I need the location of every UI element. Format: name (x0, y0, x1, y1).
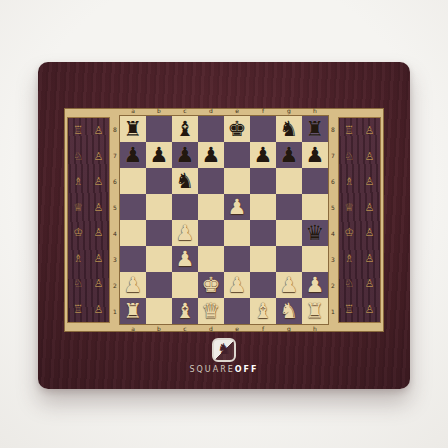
tray-slot-icon: ♙ (365, 304, 375, 315)
square-b4[interactable] (146, 220, 172, 246)
black-pawn-b7: ♟ (150, 145, 169, 166)
square-f4[interactable] (250, 220, 276, 246)
square-g8[interactable]: ♞ (276, 116, 302, 142)
file-label-b: b (146, 325, 172, 333)
square-e2[interactable]: ♟ (224, 272, 250, 298)
knight-glyph: ♞ (217, 342, 230, 357)
square-d6[interactable] (198, 168, 224, 194)
white-rook-h1: ♜ (306, 301, 325, 322)
rank-label-5: 5 (111, 194, 119, 220)
white-bishop-c1: ♝ (176, 301, 195, 322)
white-pawn-e2: ♟ (228, 275, 247, 296)
tray-slot-icon: ♘ (344, 278, 354, 289)
black-pawn-d7: ♟ (202, 145, 221, 166)
tray-slot-icon: ♖ (344, 125, 354, 136)
square-h4[interactable]: ♛ (302, 220, 328, 246)
tray-slot-icon: ♗ (73, 253, 83, 264)
square-c2[interactable] (172, 272, 198, 298)
brand-text-bold: OFF (235, 365, 259, 374)
rank-label-4: 4 (329, 220, 337, 246)
tray-slot-icon: ♗ (344, 176, 354, 187)
file-label-a: a (120, 325, 146, 333)
tray-slot-icon: ♔ (73, 227, 83, 238)
tray-slot-icon: ♙ (365, 202, 375, 213)
tray-slot-icon: ♘ (344, 151, 354, 162)
chess-board: ♜♝♚♞♜♟♟♟♟♟♟♟♞♟♟♛♟♟♚♟♟♟♜♝♛♝♞♜ (119, 115, 329, 325)
rank-label-3: 3 (111, 246, 119, 272)
rank-label-5: 5 (329, 194, 337, 220)
square-a5[interactable] (120, 194, 146, 220)
square-b6[interactable] (146, 168, 172, 194)
square-b1[interactable] (146, 298, 172, 324)
tray-row-6: ♗♙ (68, 246, 109, 272)
rank-label-8: 8 (111, 116, 119, 142)
rank-label-8: 8 (329, 116, 337, 142)
square-h1[interactable]: ♜ (302, 298, 328, 324)
black-rook-a8: ♜ (124, 119, 143, 140)
black-pawn-f7: ♟ (254, 145, 273, 166)
square-a6[interactable] (120, 168, 146, 194)
tray-row-1: ♖♙ (68, 118, 109, 144)
square-c6[interactable]: ♞ (172, 168, 198, 194)
square-d5[interactable] (198, 194, 224, 220)
square-c4[interactable]: ♟ (172, 220, 198, 246)
square-g2[interactable]: ♟ (276, 272, 302, 298)
tray-row-7: ♘♙ (339, 271, 380, 297)
black-pawn-c7: ♟ (176, 145, 195, 166)
square-e5[interactable]: ♟ (224, 194, 250, 220)
tray-slot-icon: ♘ (73, 278, 83, 289)
white-pawn-e5: ♟ (228, 197, 247, 218)
black-queen-h4: ♛ (306, 223, 325, 244)
square-b8[interactable] (146, 116, 172, 142)
tray-slot-icon: ♙ (365, 151, 375, 162)
white-rook-a1: ♜ (124, 301, 143, 322)
right-capture-tray: ♖♙♘♙♗♙♕♙♔♙♗♙♘♙♖♙ (338, 117, 381, 323)
black-knight-c6: ♞ (176, 171, 195, 192)
square-c3[interactable]: ♟ (172, 246, 198, 272)
file-label-h: h (302, 107, 328, 115)
white-king-d2: ♚ (202, 275, 221, 296)
tray-row-5: ♔♙ (339, 220, 380, 246)
tray-slot-icon: ♙ (365, 278, 375, 289)
square-h8[interactable]: ♜ (302, 116, 328, 142)
tray-row-2: ♘♙ (68, 144, 109, 170)
square-f3[interactable] (250, 246, 276, 272)
file-label-d: d (198, 325, 224, 333)
tray-slot-icon: ♙ (94, 125, 104, 136)
playing-surface-module: ♖♙♘♙♗♙♕♙♔♙♗♙♘♙♖♙ abcdefgh 87654321 ♜♝♚♞♜… (64, 108, 384, 332)
file-label-f: f (250, 325, 276, 333)
square-f5[interactable] (250, 194, 276, 220)
square-g7[interactable]: ♟ (276, 142, 302, 168)
rank-labels-left: 87654321 (111, 116, 119, 324)
file-label-a: a (120, 107, 146, 115)
tray-slot-icon: ♖ (344, 304, 354, 315)
tray-slot-icon: ♙ (94, 304, 104, 315)
square-a2[interactable]: ♟ (120, 272, 146, 298)
tray-slot-icon: ♙ (365, 176, 375, 187)
square-d4[interactable] (198, 220, 224, 246)
tray-slot-icon: ♗ (344, 253, 354, 264)
rank-labels-right: 87654321 (329, 116, 337, 324)
square-h3[interactable] (302, 246, 328, 272)
square-a8[interactable]: ♜ (120, 116, 146, 142)
rank-label-7: 7 (329, 142, 337, 168)
tray-slot-icon: ♗ (73, 176, 83, 187)
square-g4[interactable] (276, 220, 302, 246)
rank-label-7: 7 (111, 142, 119, 168)
square-e3[interactable] (224, 246, 250, 272)
file-label-g: g (276, 325, 302, 333)
square-off-logo: ♞ SQUAREOFF (38, 338, 410, 374)
square-e7[interactable] (224, 142, 250, 168)
tray-row-7: ♘♙ (68, 271, 109, 297)
white-queen-d1: ♛ (202, 301, 221, 322)
tray-slot-icon: ♙ (94, 253, 104, 264)
square-c1[interactable]: ♝ (172, 298, 198, 324)
tray-slot-icon: ♖ (73, 304, 83, 315)
square-d2[interactable]: ♚ (198, 272, 224, 298)
tray-slot-icon: ♙ (365, 125, 375, 136)
square-h2[interactable]: ♟ (302, 272, 328, 298)
square-f7[interactable]: ♟ (250, 142, 276, 168)
tray-slot-icon: ♘ (73, 151, 83, 162)
square-c5[interactable] (172, 194, 198, 220)
file-label-e: e (224, 107, 250, 115)
rank-label-4: 4 (111, 220, 119, 246)
black-rook-h8: ♜ (306, 119, 325, 140)
square-a1[interactable]: ♜ (120, 298, 146, 324)
chess-board-product: ♖♙♘♙♗♙♕♙♔♙♗♙♘♙♖♙ abcdefgh 87654321 ♜♝♚♞♜… (38, 62, 410, 389)
rank-label-3: 3 (329, 246, 337, 272)
square-e1[interactable] (224, 298, 250, 324)
tray-slot-icon: ♙ (94, 151, 104, 162)
rank-label-2: 2 (329, 272, 337, 298)
square-d1[interactable]: ♛ (198, 298, 224, 324)
file-label-d: d (198, 107, 224, 115)
black-bishop-c8: ♝ (176, 119, 195, 140)
square-d8[interactable] (198, 116, 224, 142)
knight-logo-icon: ♞ (212, 338, 236, 362)
square-c8[interactable]: ♝ (172, 116, 198, 142)
square-c7[interactable]: ♟ (172, 142, 198, 168)
tray-row-4: ♕♙ (68, 195, 109, 221)
file-label-h: h (302, 325, 328, 333)
square-f6[interactable] (250, 168, 276, 194)
square-h5[interactable] (302, 194, 328, 220)
square-e4[interactable] (224, 220, 250, 246)
square-a3[interactable] (120, 246, 146, 272)
tray-row-6: ♗♙ (339, 246, 380, 272)
tray-row-8: ♖♙ (68, 297, 109, 323)
tray-slot-icon: ♔ (344, 227, 354, 238)
square-b7[interactable]: ♟ (146, 142, 172, 168)
file-label-e: e (224, 325, 250, 333)
tray-slot-icon: ♙ (94, 176, 104, 187)
board-area: abcdefgh 87654321 ♜♝♚♞♜♟♟♟♟♟♟♟♞♟♟♛♟♟♚♟♟♟… (111, 107, 337, 333)
file-label-b: b (146, 107, 172, 115)
file-label-f: f (250, 107, 276, 115)
square-h6[interactable] (302, 168, 328, 194)
tray-slot-icon: ♙ (365, 227, 375, 238)
black-pawn-a7: ♟ (124, 145, 143, 166)
square-e8[interactable]: ♚ (224, 116, 250, 142)
tray-slot-icon: ♖ (73, 125, 83, 136)
rank-label-2: 2 (111, 272, 119, 298)
square-a7[interactable]: ♟ (120, 142, 146, 168)
tray-row-2: ♘♙ (339, 144, 380, 170)
black-pawn-h7: ♟ (306, 145, 325, 166)
file-label-g: g (276, 107, 302, 115)
square-g3[interactable] (276, 246, 302, 272)
tray-row-1: ♖♙ (339, 118, 380, 144)
white-bishop-f1: ♝ (254, 301, 273, 322)
rank-label-1: 1 (111, 298, 119, 324)
tray-slot-icon: ♙ (94, 278, 104, 289)
file-label-c: c (172, 325, 198, 333)
white-pawn-h2: ♟ (306, 275, 325, 296)
white-pawn-g2: ♟ (280, 275, 299, 296)
rank-label-6: 6 (329, 168, 337, 194)
black-pawn-g7: ♟ (280, 145, 299, 166)
tray-row-4: ♕♙ (339, 195, 380, 221)
tray-row-5: ♔♙ (68, 220, 109, 246)
square-g6[interactable] (276, 168, 302, 194)
left-capture-tray: ♖♙♘♙♗♙♕♙♔♙♗♙♘♙♖♙ (67, 117, 110, 323)
file-label-c: c (172, 107, 198, 115)
white-pawn-c3: ♟ (176, 249, 195, 270)
square-a4[interactable] (120, 220, 146, 246)
square-g5[interactable] (276, 194, 302, 220)
tray-row-8: ♖♙ (339, 297, 380, 323)
file-labels-top: abcdefgh (120, 107, 328, 115)
square-g1[interactable]: ♞ (276, 298, 302, 324)
white-pawn-c4: ♟ (176, 223, 195, 244)
tray-row-3: ♗♙ (68, 169, 109, 195)
square-d3[interactable] (198, 246, 224, 272)
square-f8[interactable] (250, 116, 276, 142)
square-h7[interactable]: ♟ (302, 142, 328, 168)
square-b3[interactable] (146, 246, 172, 272)
rank-label-6: 6 (111, 168, 119, 194)
tray-slot-icon: ♕ (73, 202, 83, 213)
tray-slot-icon: ♙ (365, 253, 375, 264)
square-d7[interactable]: ♟ (198, 142, 224, 168)
tray-slot-icon: ♕ (344, 202, 354, 213)
square-e6[interactable] (224, 168, 250, 194)
black-king-e8: ♚ (228, 119, 247, 140)
brand-text-regular: SQUARE (189, 365, 234, 374)
white-knight-g1: ♞ (280, 301, 299, 322)
white-pawn-a2: ♟ (124, 275, 143, 296)
square-f1[interactable]: ♝ (250, 298, 276, 324)
brand-text: SQUAREOFF (189, 365, 258, 374)
black-knight-g8: ♞ (280, 119, 299, 140)
square-b5[interactable] (146, 194, 172, 220)
tray-row-3: ♗♙ (339, 169, 380, 195)
tray-slot-icon: ♙ (94, 227, 104, 238)
square-b2[interactable] (146, 272, 172, 298)
tray-slot-icon: ♙ (94, 202, 104, 213)
square-f2[interactable] (250, 272, 276, 298)
rank-label-1: 1 (329, 298, 337, 324)
file-labels-bottom: abcdefgh (120, 325, 328, 333)
